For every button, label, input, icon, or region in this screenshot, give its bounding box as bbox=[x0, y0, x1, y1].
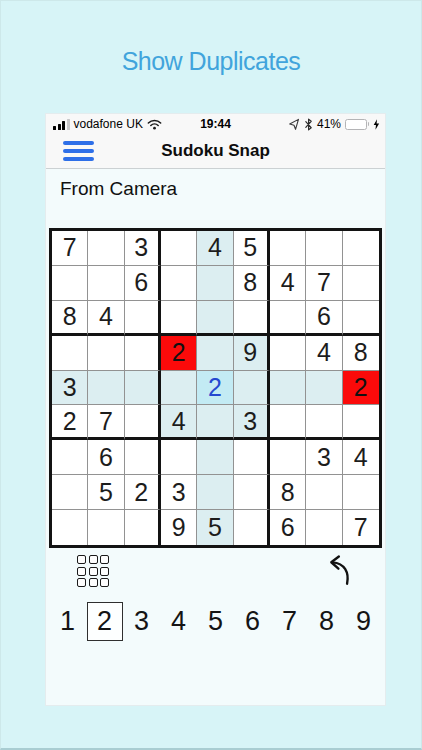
location-arrow-icon bbox=[288, 118, 300, 130]
cell-r4c7[interactable] bbox=[270, 336, 306, 371]
cell-r2c3[interactable]: 6 bbox=[125, 266, 161, 301]
numpad-2[interactable]: 2 bbox=[86, 600, 123, 642]
cell-r7c1[interactable] bbox=[52, 440, 88, 475]
cell-r9c1[interactable] bbox=[52, 510, 88, 545]
cell-r4c5[interactable] bbox=[197, 336, 233, 371]
cell-r6c4[interactable]: 4 bbox=[161, 405, 197, 440]
battery-percent-label: 41% bbox=[317, 117, 341, 131]
cell-r3c7[interactable] bbox=[270, 301, 306, 336]
numpad-7[interactable]: 7 bbox=[271, 600, 308, 642]
source-label: From Camera bbox=[60, 178, 177, 200]
cell-r3c9[interactable] bbox=[343, 301, 379, 336]
cell-r6c9[interactable] bbox=[343, 405, 379, 440]
numpad-8[interactable]: 8 bbox=[308, 600, 345, 642]
cell-r1c9[interactable] bbox=[343, 231, 379, 266]
cell-r3c8[interactable]: 6 bbox=[306, 301, 342, 336]
cell-r5c2[interactable] bbox=[88, 371, 124, 406]
cell-r1c2[interactable] bbox=[88, 231, 124, 266]
cell-r8c5[interactable] bbox=[197, 475, 233, 510]
cell-r8c2[interactable]: 5 bbox=[88, 475, 124, 510]
cell-r9c2[interactable] bbox=[88, 510, 124, 545]
cell-r6c2[interactable]: 7 bbox=[88, 405, 124, 440]
cell-r6c6[interactable]: 3 bbox=[234, 405, 270, 440]
cell-r5c5[interactable]: 2 bbox=[197, 371, 233, 406]
cell-r1c4[interactable] bbox=[161, 231, 197, 266]
cell-r5c8[interactable] bbox=[306, 371, 342, 406]
cell-r4c9[interactable]: 8 bbox=[343, 336, 379, 371]
cell-r5c9[interactable]: 2 bbox=[343, 371, 379, 406]
cell-r2c7[interactable]: 4 bbox=[270, 266, 306, 301]
cell-r5c3[interactable] bbox=[125, 371, 161, 406]
numpad-4[interactable]: 4 bbox=[160, 600, 197, 642]
cell-r7c4[interactable] bbox=[161, 440, 197, 475]
cell-r8c9[interactable] bbox=[343, 475, 379, 510]
cell-r6c7[interactable] bbox=[270, 405, 306, 440]
cell-r2c4[interactable] bbox=[161, 266, 197, 301]
undo-icon[interactable] bbox=[322, 552, 353, 592]
cell-r2c9[interactable] bbox=[343, 266, 379, 301]
cell-r3c1[interactable]: 8 bbox=[52, 301, 88, 336]
cell-r5c6[interactable] bbox=[234, 371, 270, 406]
cell-r7c6[interactable] bbox=[234, 440, 270, 475]
cell-r1c1[interactable]: 7 bbox=[52, 231, 88, 266]
cell-r1c8[interactable] bbox=[306, 231, 342, 266]
cell-r3c3[interactable] bbox=[125, 301, 161, 336]
cell-r8c4[interactable]: 3 bbox=[161, 475, 197, 510]
cell-r3c2[interactable]: 4 bbox=[88, 301, 124, 336]
hamburger-menu-icon[interactable] bbox=[63, 141, 94, 161]
sudoku-board: 734568478462948322274363452389567 bbox=[49, 228, 382, 548]
cell-r2c5[interactable] bbox=[197, 266, 233, 301]
nav-bar: Sudoku Snap bbox=[46, 134, 385, 169]
pencil-marks-grid-icon[interactable] bbox=[77, 555, 109, 587]
cell-r9c3[interactable] bbox=[125, 510, 161, 545]
cell-r1c7[interactable] bbox=[270, 231, 306, 266]
cell-r5c4[interactable] bbox=[161, 371, 197, 406]
cell-r1c5[interactable]: 4 bbox=[197, 231, 233, 266]
cell-r1c3[interactable]: 3 bbox=[125, 231, 161, 266]
cell-r3c6[interactable] bbox=[234, 301, 270, 336]
app-title: Sudoku Snap bbox=[46, 141, 385, 161]
cell-r8c7[interactable]: 8 bbox=[270, 475, 306, 510]
cell-r9c7[interactable]: 6 bbox=[270, 510, 306, 545]
cell-r8c3[interactable]: 2 bbox=[125, 475, 161, 510]
cell-r7c7[interactable] bbox=[270, 440, 306, 475]
numpad-5[interactable]: 5 bbox=[197, 600, 234, 642]
cell-r9c8[interactable] bbox=[306, 510, 342, 545]
wifi-icon bbox=[147, 119, 162, 130]
charging-bolt-icon bbox=[373, 119, 380, 130]
cell-r9c5[interactable]: 5 bbox=[197, 510, 233, 545]
cell-r6c8[interactable] bbox=[306, 405, 342, 440]
cell-r8c1[interactable] bbox=[52, 475, 88, 510]
number-pad: 123456789 bbox=[49, 600, 382, 642]
cell-r9c6[interactable] bbox=[234, 510, 270, 545]
bluetooth-icon bbox=[304, 118, 313, 131]
page-title: Show Duplicates bbox=[1, 47, 421, 76]
cell-r4c2[interactable] bbox=[88, 336, 124, 371]
cell-r7c9[interactable]: 4 bbox=[343, 440, 379, 475]
clock: 19:44 bbox=[200, 114, 231, 134]
battery-icon bbox=[345, 119, 369, 130]
cell-r8c6[interactable] bbox=[234, 475, 270, 510]
cell-r9c4[interactable]: 9 bbox=[161, 510, 197, 545]
cell-r2c2[interactable] bbox=[88, 266, 124, 301]
cell-r4c6[interactable]: 9 bbox=[234, 336, 270, 371]
cell-r7c5[interactable] bbox=[197, 440, 233, 475]
cell-r7c3[interactable] bbox=[125, 440, 161, 475]
cell-r2c8[interactable]: 7 bbox=[306, 266, 342, 301]
cell-r3c5[interactable] bbox=[197, 301, 233, 336]
carrier-label: vodafone UK bbox=[74, 117, 143, 131]
cell-r4c4[interactable]: 2 bbox=[161, 336, 197, 371]
cell-r4c1[interactable] bbox=[52, 336, 88, 371]
cell-r7c2[interactable]: 6 bbox=[88, 440, 124, 475]
cell-r2c6[interactable]: 8 bbox=[234, 266, 270, 301]
cell-r2c1[interactable] bbox=[52, 266, 88, 301]
page-background: Show Duplicates vodafone UK 19:44 bbox=[0, 0, 422, 750]
cell-r4c8[interactable]: 4 bbox=[306, 336, 342, 371]
app-screenshot: vodafone UK 19:44 41% bbox=[45, 113, 386, 706]
numpad-6[interactable]: 6 bbox=[234, 600, 271, 642]
cell-r1c6[interactable]: 5 bbox=[234, 231, 270, 266]
cell-r6c1[interactable]: 2 bbox=[52, 405, 88, 440]
cell-r5c1[interactable]: 3 bbox=[52, 371, 88, 406]
cell-r5c7[interactable] bbox=[270, 371, 306, 406]
numpad-1[interactable]: 1 bbox=[49, 600, 86, 642]
cellular-signal-icon bbox=[53, 119, 70, 130]
numpad-3[interactable]: 3 bbox=[123, 600, 160, 642]
cell-r3c4[interactable] bbox=[161, 301, 197, 336]
cell-r4c3[interactable] bbox=[125, 336, 161, 371]
cell-r8c8[interactable] bbox=[306, 475, 342, 510]
cell-r7c8[interactable]: 3 bbox=[306, 440, 342, 475]
cell-r9c9[interactable]: 7 bbox=[343, 510, 379, 545]
cell-r6c5[interactable] bbox=[197, 405, 233, 440]
status-bar: vodafone UK 19:44 41% bbox=[46, 114, 385, 134]
cell-r6c3[interactable] bbox=[125, 405, 161, 440]
numpad-9[interactable]: 9 bbox=[345, 600, 382, 642]
